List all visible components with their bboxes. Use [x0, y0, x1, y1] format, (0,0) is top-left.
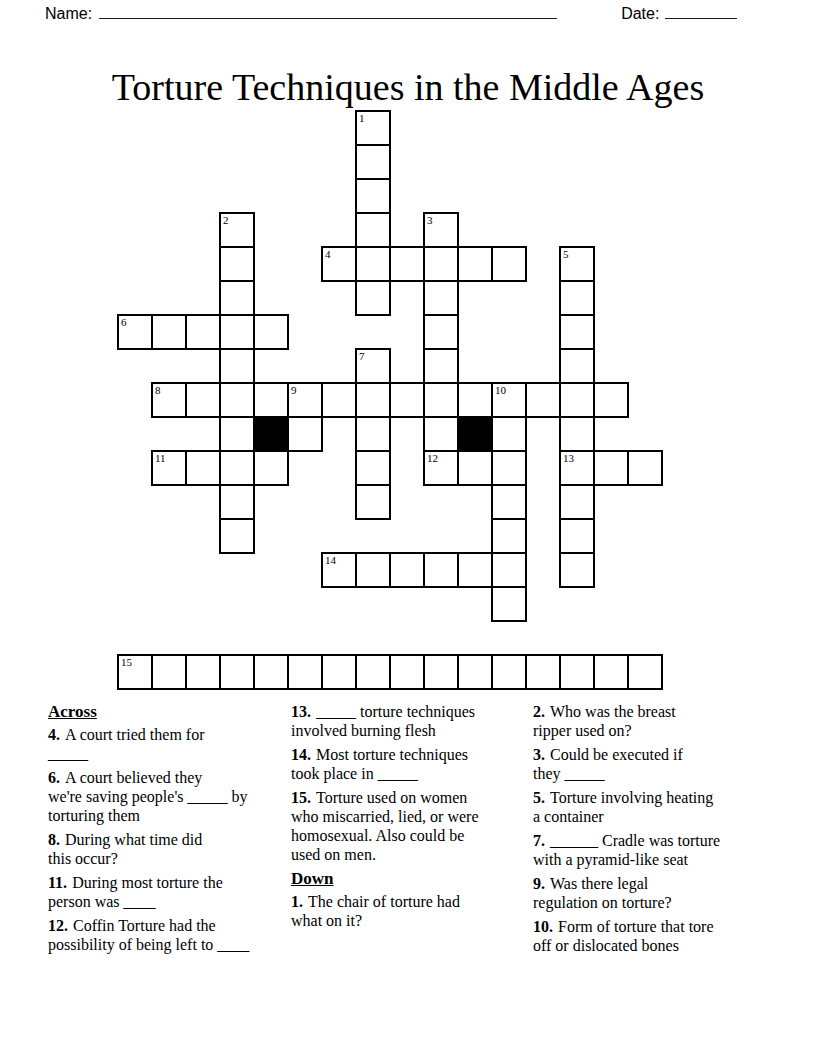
grid-cell[interactable]: [389, 246, 425, 282]
grid-cell[interactable]: [253, 450, 289, 486]
grid-cell[interactable]: 7: [355, 348, 391, 384]
cell-number: 9: [291, 384, 297, 396]
grid-cell[interactable]: [355, 654, 391, 690]
grid-cell[interactable]: [457, 450, 493, 486]
grid-cell[interactable]: [559, 382, 595, 418]
grid-cell[interactable]: 12: [423, 450, 459, 486]
clue-down-3: 3.Could be executed if they _____: [533, 745, 773, 783]
grid-cell[interactable]: 2: [219, 212, 255, 248]
grid-cell[interactable]: [151, 654, 187, 690]
grid-cell[interactable]: [559, 484, 595, 520]
grid-cell[interactable]: [219, 348, 255, 384]
grid-cell[interactable]: [185, 654, 221, 690]
grid-cell[interactable]: [559, 552, 595, 588]
grid-cell[interactable]: [321, 382, 357, 418]
clue-across-11: 11.During most torture the person was __…: [48, 873, 288, 911]
clue-column-left: Across4.A court tried them for _____6.A …: [48, 702, 288, 959]
cell-number: 15: [121, 656, 132, 668]
grid-cell[interactable]: [423, 246, 459, 282]
grid-cell[interactable]: 5: [559, 246, 595, 282]
grid-cell[interactable]: [491, 416, 527, 452]
clue-number: 14.: [291, 746, 311, 763]
page-title: Torture Techniques in the Middle Ages: [0, 65, 816, 109]
clue-number: 6.: [48, 769, 60, 786]
grid-cell[interactable]: [355, 280, 391, 316]
grid-cell[interactable]: [287, 416, 323, 452]
clue-text: The chair of torture had what on it?: [291, 893, 460, 929]
grid-cell[interactable]: [627, 654, 663, 690]
grid-cell[interactable]: [219, 484, 255, 520]
clue-text: During most torture the person was ____: [48, 874, 223, 910]
grid-cell[interactable]: [185, 382, 221, 418]
clue-down-10: 10.Form of torture that tore off or disl…: [533, 917, 773, 955]
cell-number: 5: [563, 248, 569, 260]
cell-number: 4: [325, 248, 331, 260]
grid-cell[interactable]: [423, 654, 459, 690]
grid-cell[interactable]: [491, 518, 527, 554]
grid-cell[interactable]: [457, 382, 493, 418]
grid-cell[interactable]: [389, 382, 425, 418]
grid-cell[interactable]: [321, 654, 357, 690]
cell-number: 6: [121, 316, 127, 328]
grid-cell[interactable]: [219, 280, 255, 316]
grid-cell[interactable]: [559, 348, 595, 384]
grid-cell[interactable]: [627, 450, 663, 486]
clue-text: Was there legal regulation on torture?: [533, 875, 672, 911]
grid-cell[interactable]: [355, 178, 391, 214]
clue-section-header: Down: [291, 869, 531, 888]
clue-text: Torture used on women who miscarried, li…: [291, 789, 478, 863]
clue-column-right: 2.Who was the breast ripper used on?3.Co…: [533, 702, 773, 960]
grid-cell[interactable]: [185, 314, 221, 350]
clue-number: 12.: [48, 917, 68, 934]
grid-cell[interactable]: 6: [117, 314, 153, 350]
clue-text: Torture involving heating a container: [533, 789, 713, 825]
grid-cell[interactable]: [355, 212, 391, 248]
grid-cell[interactable]: [253, 382, 289, 418]
grid-cell[interactable]: 13: [559, 450, 595, 486]
cell-number: 14: [325, 554, 336, 566]
grid-cell[interactable]: 9: [287, 382, 323, 418]
cell-number: 3: [427, 214, 433, 226]
grid-cell[interactable]: [219, 314, 255, 350]
grid-cell[interactable]: [457, 654, 493, 690]
clue-text: ______ Cradle was torture with a pyramid…: [533, 832, 720, 868]
clue-number: 1.: [291, 893, 303, 910]
cell-number: 11: [155, 452, 166, 464]
clue-across-15: 15.Torture used on women who miscarried,…: [291, 788, 531, 864]
grid-cell[interactable]: [593, 654, 629, 690]
cell-number: 12: [427, 452, 438, 464]
clue-down-7: 7.______ Cradle was torture with a pyram…: [533, 831, 773, 869]
grid-cell[interactable]: 15: [117, 654, 153, 690]
clue-section-header: Across: [48, 702, 288, 721]
clue-text: Most torture techniques took place in __…: [291, 746, 468, 782]
grid-cell[interactable]: [423, 348, 459, 384]
grid-cell[interactable]: [491, 484, 527, 520]
clue-text: Coffin Torture had the possibility of be…: [48, 917, 249, 953]
cell-number: 13: [563, 452, 574, 464]
grid-cell[interactable]: [491, 246, 527, 282]
grid-cell[interactable]: [559, 518, 595, 554]
grid-cell[interactable]: [219, 246, 255, 282]
grid-cell[interactable]: [219, 450, 255, 486]
grid-cell[interactable]: [593, 382, 629, 418]
grid-cell[interactable]: [491, 654, 527, 690]
grid-cell[interactable]: [559, 416, 595, 452]
clue-across-4: 4.A court tried them for _____: [48, 725, 288, 763]
grid-cell[interactable]: [355, 450, 391, 486]
cell-number: 1: [359, 112, 365, 124]
grid-cell[interactable]: [491, 586, 527, 622]
clue-text: A court tried them for _____: [48, 726, 205, 762]
grid-cell[interactable]: [355, 552, 391, 588]
clue-column-middle: 13._____ torture techniques involved bur…: [291, 702, 531, 935]
grid-cell[interactable]: [389, 552, 425, 588]
grid-cell[interactable]: [355, 144, 391, 180]
grid-cell[interactable]: [355, 246, 391, 282]
grid-cell[interactable]: [423, 416, 459, 452]
clue-number: 8.: [48, 831, 60, 848]
grid-cell[interactable]: 8: [151, 382, 187, 418]
date-label: Date:: [621, 5, 659, 23]
grid-cell[interactable]: [355, 382, 391, 418]
grid-cell[interactable]: [457, 246, 493, 282]
clue-down-5: 5.Torture involving heating a container: [533, 788, 773, 826]
clue-text: A court believed they we're saving peopl…: [48, 769, 248, 824]
grid-cell[interactable]: 10: [491, 382, 527, 418]
clue-number: 7.: [533, 832, 545, 849]
clue-across-8: 8.During what time did this occur?: [48, 830, 288, 868]
grid-cell[interactable]: [219, 382, 255, 418]
cell-number: 10: [495, 384, 506, 396]
grid-cell[interactable]: [559, 314, 595, 350]
clue-text: Form of torture that tore off or disloca…: [533, 918, 714, 954]
clue-number: 10.: [533, 918, 553, 935]
grid-cell[interactable]: [457, 552, 493, 588]
grid-cell[interactable]: [593, 450, 629, 486]
clue-text: Could be executed if they _____: [533, 746, 683, 782]
grid-cell[interactable]: [423, 552, 459, 588]
grid-cell[interactable]: [219, 654, 255, 690]
clue-text: During what time did this occur?: [48, 831, 202, 867]
cell-number: 7: [359, 350, 365, 362]
name-blank-line: [99, 3, 557, 19]
clue-across-12: 12.Coffin Torture had the possibility of…: [48, 916, 288, 954]
grid-cell[interactable]: 14: [321, 552, 357, 588]
grid-cell[interactable]: [253, 654, 289, 690]
clue-text: Who was the breast ripper used on?: [533, 703, 676, 739]
clue-across-14: 14.Most torture techniques took place in…: [291, 745, 531, 783]
clue-text: _____ torture techniques involved burnin…: [291, 703, 475, 739]
blocked-cell: [457, 416, 493, 452]
grid-cell[interactable]: [491, 552, 527, 588]
grid-cell[interactable]: [355, 484, 391, 520]
grid-cell[interactable]: [423, 382, 459, 418]
clue-number: 5.: [533, 789, 545, 806]
clue-number: 4.: [48, 726, 60, 743]
grid-cell[interactable]: [525, 654, 561, 690]
grid-cell[interactable]: 3: [423, 212, 459, 248]
grid-cell[interactable]: [389, 654, 425, 690]
grid-cell[interactable]: [253, 314, 289, 350]
grid-cell[interactable]: [219, 518, 255, 554]
grid-cell[interactable]: [559, 280, 595, 316]
blocked-cell: [253, 416, 289, 452]
grid-cell[interactable]: [525, 382, 561, 418]
grid-cell[interactable]: [219, 416, 255, 452]
grid-cell[interactable]: 11: [151, 450, 187, 486]
grid-cell[interactable]: [423, 280, 459, 316]
clue-down-9: 9.Was there legal regulation on torture?: [533, 874, 773, 912]
clue-number: 3.: [533, 746, 545, 763]
date-blank-line: [665, 3, 737, 19]
clue-down-2: 2.Who was the breast ripper used on?: [533, 702, 773, 740]
grid-cell[interactable]: [287, 654, 323, 690]
clue-number: 13.: [291, 703, 311, 720]
worksheet-header: Name: Date:: [45, 3, 737, 23]
clue-number: 15.: [291, 789, 311, 806]
grid-cell[interactable]: [423, 314, 459, 350]
grid-cell[interactable]: [151, 314, 187, 350]
crossword-grid: 123456789101112131415: [117, 110, 663, 690]
cell-number: 8: [155, 384, 161, 396]
clue-down-1: 1.The chair of torture had what on it?: [291, 892, 531, 930]
clue-number: 11.: [48, 874, 67, 891]
grid-cell[interactable]: [185, 450, 221, 486]
grid-cell[interactable]: [559, 654, 595, 690]
name-label: Name:: [45, 5, 92, 23]
clue-number: 9.: [533, 875, 545, 892]
clue-across-13: 13._____ torture techniques involved bur…: [291, 702, 531, 740]
clue-across-6: 6.A court believed they we're saving peo…: [48, 768, 288, 825]
grid-cell[interactable]: 4: [321, 246, 357, 282]
grid-cell[interactable]: [355, 416, 391, 452]
grid-cell[interactable]: 1: [355, 110, 391, 146]
grid-cell[interactable]: [491, 450, 527, 486]
cell-number: 2: [223, 214, 229, 226]
clue-number: 2.: [533, 703, 545, 720]
